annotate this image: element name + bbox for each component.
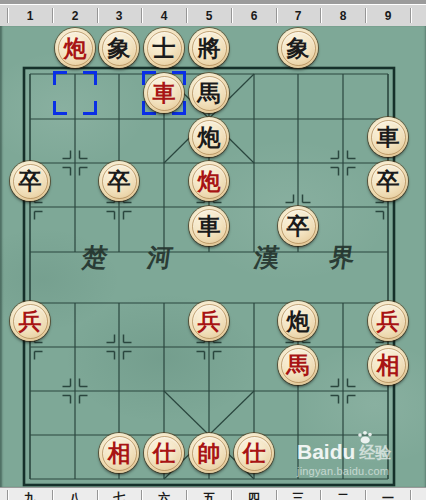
ruler-tick: [231, 8, 233, 23]
piece-black-炮[interactable]: 炮: [278, 301, 318, 341]
xiangqi-app-screen: 123456789 楚河漢界 炮象士將象車馬炮車卒卒炮卒車卒兵兵炮兵馬相相仕帥仕…: [0, 0, 426, 500]
piece-glyph: 炮: [287, 309, 310, 332]
ruler-tick: [231, 490, 233, 500]
ruler-tick: [7, 8, 9, 23]
ruler-label: 8: [340, 10, 347, 22]
ruler-tick: [52, 490, 54, 500]
ruler-label: 1: [27, 10, 34, 22]
ruler-label: 七: [113, 492, 125, 500]
piece-red-車[interactable]: 車: [144, 73, 184, 113]
ruler-tick: [141, 8, 143, 23]
ruler-tick: [410, 8, 412, 23]
piece-red-相[interactable]: 相: [99, 433, 139, 473]
piece-glyph: 相: [377, 353, 400, 376]
river-char: 河: [146, 245, 175, 270]
piece-glyph: 帥: [198, 441, 221, 464]
watermark-brand-text: Baidu: [297, 440, 355, 464]
piece-black-卒[interactable]: 卒: [10, 161, 50, 201]
piece-glyph: 兵: [19, 309, 42, 332]
river-char: 界: [328, 245, 357, 270]
ruler-tick: [276, 8, 278, 23]
piece-black-象[interactable]: 象: [99, 28, 139, 68]
piece-glyph: 車: [377, 125, 400, 148]
piece-black-馬[interactable]: 馬: [189, 73, 229, 113]
ruler-tick: [320, 490, 322, 500]
piece-red-兵[interactable]: 兵: [368, 301, 408, 341]
piece-red-仕[interactable]: 仕: [144, 433, 184, 473]
ruler-label: 2: [72, 10, 79, 22]
piece-glyph: 兵: [377, 309, 400, 332]
last-move-marker: [53, 71, 97, 115]
piece-red-兵[interactable]: 兵: [10, 301, 50, 341]
ruler-tick: [186, 490, 188, 500]
piece-black-車[interactable]: 車: [368, 117, 408, 157]
file-ruler-bottom: 九八七六五四三二一: [0, 487, 426, 500]
ruler-label: 八: [69, 492, 81, 500]
piece-glyph: 仕: [243, 441, 266, 464]
piece-glyph: 炮: [198, 125, 221, 148]
piece-glyph: 車: [198, 214, 221, 237]
river-char: 楚: [81, 245, 110, 270]
ruler-label: 三: [292, 492, 304, 500]
ruler-tick: [52, 8, 54, 23]
ruler-tick: [141, 490, 143, 500]
piece-black-卒[interactable]: 卒: [99, 161, 139, 201]
piece-glyph: 將: [198, 36, 221, 59]
ruler-label: 3: [116, 10, 123, 22]
piece-glyph: 卒: [108, 169, 131, 192]
piece-glyph: 卒: [377, 169, 400, 192]
ruler-label: 9: [385, 10, 392, 22]
piece-glyph: 車: [153, 81, 176, 104]
paw-icon: [355, 430, 377, 446]
piece-glyph: 兵: [198, 309, 221, 332]
ruler-label: 4: [161, 10, 168, 22]
ruler-tick: [320, 8, 322, 23]
ruler-label: 六: [158, 492, 170, 500]
piece-glyph: 炮: [198, 169, 221, 192]
ruler-label: 一: [382, 492, 394, 500]
piece-black-車[interactable]: 車: [189, 206, 229, 246]
watermark-url-text: jingyan.baidu.com: [297, 465, 425, 477]
piece-red-相[interactable]: 相: [368, 345, 408, 385]
piece-glyph: 士: [153, 36, 176, 59]
ruler-label: 五: [203, 492, 215, 500]
piece-red-帥[interactable]: 帥: [189, 433, 229, 473]
piece-black-卒[interactable]: 卒: [278, 206, 318, 246]
ruler-label: 四: [248, 492, 260, 500]
piece-glyph: 卒: [287, 214, 310, 237]
piece-glyph: 馬: [287, 353, 310, 376]
piece-red-炮[interactable]: 炮: [55, 28, 95, 68]
watermark-suffix-text: 经验: [359, 443, 391, 464]
baidu-watermark: Baidu 经验 jingyan.baidu.com: [297, 440, 425, 477]
piece-glyph: 象: [287, 36, 310, 59]
piece-glyph: 馬: [198, 81, 221, 104]
piece-red-兵[interactable]: 兵: [189, 301, 229, 341]
ruler-tick: [365, 8, 367, 23]
piece-glyph: 卒: [19, 169, 42, 192]
piece-glyph: 炮: [64, 36, 87, 59]
ruler-tick: [97, 8, 99, 23]
piece-black-炮[interactable]: 炮: [189, 117, 229, 157]
ruler-label: 7: [295, 10, 302, 22]
ruler-tick: [186, 8, 188, 23]
piece-black-將[interactable]: 將: [189, 28, 229, 68]
piece-glyph: 仕: [153, 441, 176, 464]
piece-black-卒[interactable]: 卒: [368, 161, 408, 201]
ruler-label: 5: [206, 10, 213, 22]
piece-black-象[interactable]: 象: [278, 28, 318, 68]
ruler-label: 九: [24, 492, 36, 500]
piece-red-馬[interactable]: 馬: [278, 345, 318, 385]
piece-glyph: 象: [108, 36, 131, 59]
ruler-tick: [7, 490, 9, 500]
ruler-tick: [410, 490, 412, 500]
piece-glyph: 相: [108, 441, 131, 464]
ruler-label: 二: [337, 492, 349, 500]
ruler-tick: [365, 490, 367, 500]
piece-red-仕[interactable]: 仕: [234, 433, 274, 473]
piece-black-士[interactable]: 士: [144, 28, 184, 68]
ruler-label: 6: [251, 10, 258, 22]
ruler-tick: [276, 490, 278, 500]
river-char: 漢: [253, 245, 282, 270]
piece-red-炮[interactable]: 炮: [189, 161, 229, 201]
file-ruler-top: 123456789: [0, 5, 426, 27]
ruler-tick: [97, 490, 99, 500]
